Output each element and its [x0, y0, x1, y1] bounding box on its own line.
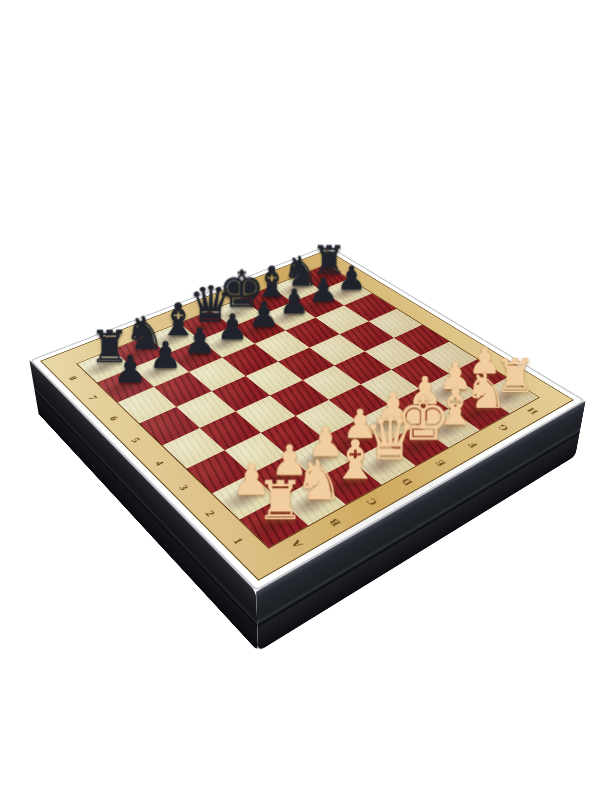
square-a7: ♟ — [97, 368, 154, 403]
square-a1: ♜ — [240, 499, 308, 548]
case-top: ♜♞♝♛♚♝♞♜♟♟♟♟♟♟♟♟♟♟♟♟♟♟♟♟♜♞♝♛♚♝♞♜ 8765432… — [29, 245, 585, 591]
white-rook-glyph: ♜ — [244, 474, 316, 528]
product-photo-chess-set: ♜♞♝♛♚♝♞♜♟♟♟♟♟♟♟♟♟♟♟♟♟♟♟♟♜♞♝♛♚♝♞♜ 8765432… — [0, 0, 600, 800]
rank-label-3: 3 — [160, 472, 210, 502]
black-pawn-glyph: ♟ — [99, 351, 160, 388]
chess-case-3d: ♜♞♝♛♚♝♞♜♟♟♟♟♟♟♟♟♟♟♟♟♟♟♟♟♜♞♝♛♚♝♞♜ 8765432… — [29, 245, 585, 591]
rank-label-4: 4 — [135, 449, 184, 477]
scene: ♜♞♝♛♚♝♞♜♟♟♟♟♟♟♟♟♟♟♟♟♟♟♟♟♜♞♝♛♚♝♞♜ 8765432… — [0, 0, 600, 800]
